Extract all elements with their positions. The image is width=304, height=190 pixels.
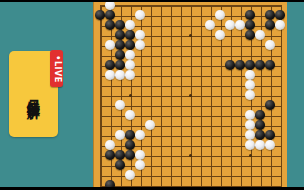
video-frame: 易错题讲解 •LIVE: [0, 0, 304, 190]
white-stone: [105, 40, 115, 50]
star-point: [189, 94, 192, 97]
white-stone: [135, 10, 145, 20]
black-stone: [115, 60, 125, 70]
black-stone: [115, 160, 125, 170]
white-stone: [265, 40, 275, 50]
white-stone: [105, 140, 115, 150]
black-stone: [265, 130, 275, 140]
white-stone: [115, 130, 125, 140]
go-board: [93, 2, 287, 188]
black-stone: [105, 20, 115, 30]
white-stone: [135, 130, 145, 140]
black-stone: [115, 40, 125, 50]
white-stone: [135, 160, 145, 170]
white-stone: [125, 110, 135, 120]
white-stone: [115, 100, 125, 110]
star-point: [249, 154, 252, 157]
white-stone: [275, 20, 285, 30]
white-stone: [135, 40, 145, 50]
black-stone: [225, 60, 235, 70]
black-stone: [95, 10, 105, 20]
white-stone: [205, 20, 215, 30]
white-stone: [145, 120, 155, 130]
white-stone: [105, 70, 115, 80]
black-stone: [255, 120, 265, 130]
white-stone: [255, 140, 265, 150]
white-stone: [255, 30, 265, 40]
letterbox-top: [0, 0, 304, 2]
black-stone: [265, 60, 275, 70]
black-stone: [125, 130, 135, 140]
black-stone: [255, 110, 265, 120]
white-stone: [245, 110, 255, 120]
black-stone: [115, 20, 125, 30]
black-stone: [265, 100, 275, 110]
white-stone: [125, 20, 135, 30]
black-stone: [115, 30, 125, 40]
white-stone: [245, 140, 255, 150]
live-badge: •LIVE: [50, 50, 63, 87]
black-stone: [255, 60, 265, 70]
white-stone: [245, 90, 255, 100]
black-stone: [125, 140, 135, 150]
white-stone: [125, 60, 135, 70]
white-stone: [135, 30, 145, 40]
white-stone: [245, 80, 255, 90]
white-stone: [215, 30, 225, 40]
black-stone: [115, 150, 125, 160]
black-stone: [105, 60, 115, 70]
black-stone: [105, 150, 115, 160]
star-point: [189, 34, 192, 37]
white-stone: [125, 50, 135, 60]
live-badge-label: •LIVE: [52, 55, 61, 82]
black-stone: [115, 50, 125, 60]
white-stone: [135, 150, 145, 160]
white-stone: [245, 130, 255, 140]
white-stone: [215, 10, 225, 20]
black-stone: [245, 10, 255, 20]
black-stone: [265, 20, 275, 30]
star-point: [189, 154, 192, 157]
black-stone: [255, 130, 265, 140]
black-stone: [105, 10, 115, 20]
white-stone: [115, 70, 125, 80]
white-stone: [235, 20, 245, 30]
black-stone: [245, 20, 255, 30]
letterbox-bottom: [0, 187, 304, 190]
black-stone: [125, 150, 135, 160]
black-stone: [235, 60, 245, 70]
black-stone: [265, 10, 275, 20]
black-stone: [125, 30, 135, 40]
white-stone: [245, 120, 255, 130]
white-stone: [125, 170, 135, 180]
banner-title: 易错题讲解: [27, 89, 40, 99]
black-stone: [245, 60, 255, 70]
black-stone: [125, 40, 135, 50]
white-stone: [225, 20, 235, 30]
star-point: [129, 94, 132, 97]
white-stone: [265, 140, 275, 150]
live-label: LIVE: [52, 60, 61, 82]
live-dot: •: [52, 55, 61, 61]
white-stone: [245, 70, 255, 80]
black-stone: [275, 10, 285, 20]
white-stone: [125, 70, 135, 80]
black-stone: [245, 30, 255, 40]
